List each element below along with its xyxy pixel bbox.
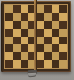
square-e1 <box>36 60 44 68</box>
square-a8 <box>5 5 13 13</box>
square-a1 <box>5 60 13 68</box>
square-c3 <box>21 44 29 52</box>
square-f1 <box>44 60 52 68</box>
square-c6 <box>21 21 29 29</box>
square-a2 <box>5 52 13 60</box>
square-h6 <box>59 21 67 29</box>
square-g1 <box>52 60 60 68</box>
square-b5 <box>13 29 21 37</box>
square-c1 <box>21 60 29 68</box>
photo-background <box>0 0 74 80</box>
square-h8 <box>59 5 67 13</box>
square-g3 <box>52 44 60 52</box>
square-c8 <box>21 5 29 13</box>
square-f6 <box>44 21 52 29</box>
clasp-plate <box>28 73 36 78</box>
square-b1 <box>13 60 21 68</box>
square-b3 <box>13 44 21 52</box>
square-f7 <box>44 13 52 21</box>
square-b8 <box>13 5 21 13</box>
square-e7 <box>36 13 44 21</box>
square-h1 <box>59 60 67 68</box>
square-g7 <box>52 13 60 21</box>
square-e6 <box>36 21 44 29</box>
square-a5 <box>5 29 13 37</box>
square-g4 <box>52 37 60 45</box>
square-h7 <box>59 13 67 21</box>
square-b6 <box>13 21 21 29</box>
square-b7 <box>13 13 21 21</box>
square-h3 <box>59 44 67 52</box>
square-b4 <box>13 37 21 45</box>
square-f2 <box>44 52 52 60</box>
square-a6 <box>5 21 13 29</box>
square-g6 <box>52 21 60 29</box>
square-e3 <box>36 44 44 52</box>
square-c2 <box>21 52 29 60</box>
square-c5 <box>21 29 29 37</box>
square-e8 <box>36 5 44 13</box>
square-g5 <box>52 29 60 37</box>
square-f4 <box>44 37 52 45</box>
square-b2 <box>13 52 21 60</box>
square-c4 <box>21 37 29 45</box>
board-hinge <box>34 0 37 71</box>
square-h5 <box>59 29 67 37</box>
square-f3 <box>44 44 52 52</box>
square-a3 <box>5 44 13 52</box>
square-g8 <box>52 5 60 13</box>
square-a4 <box>5 37 13 45</box>
square-e5 <box>36 29 44 37</box>
square-e2 <box>36 52 44 60</box>
square-h4 <box>59 37 67 45</box>
square-h2 <box>59 52 67 60</box>
square-f8 <box>44 5 52 13</box>
clasp-latch-icon <box>27 70 38 79</box>
square-a7 <box>5 13 13 21</box>
square-f5 <box>44 29 52 37</box>
square-c7 <box>21 13 29 21</box>
square-e4 <box>36 37 44 45</box>
square-g2 <box>52 52 60 60</box>
